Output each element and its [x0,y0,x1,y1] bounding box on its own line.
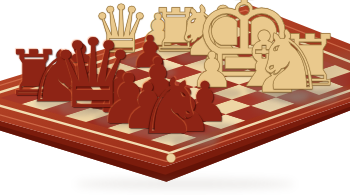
piece-red-knight: ♞ [136,68,205,145]
piece-red-pawn: ♟ [120,75,176,138]
piece-light-queen: ♛ [91,0,150,63]
pieces-layer: ♟♜♛♞♝♟♚♟♜♝♟♞♜♟♝♞♟♟♛♟♟♟♟♞ [0,0,350,195]
piece-light-knight: ♞ [252,20,326,102]
piece-light-bishop: ♝ [229,21,298,98]
piece-light-pawn: ♟ [255,51,299,100]
chess-set-photo: Staunton chess set product photo: padauk… [0,0,350,195]
piece-red-pawn: ♟ [130,30,169,74]
piece-red-knight: ♞ [26,41,90,112]
piece-red-pawn: ♟ [180,75,229,130]
piece-light-knight: ♞ [173,0,235,66]
piece-light-rook: ♜ [278,25,342,96]
piece-red-pawn: ♟ [95,63,147,121]
piece-red-pawn: ♟ [83,62,132,117]
piece-red-pawn: ♟ [159,80,213,140]
piece-light-rook: ♜ [149,0,203,60]
piece-light-pawn: ♟ [138,8,177,52]
piece-red-rook: ♜ [6,42,62,105]
piece-light-king: ♚ [191,0,297,94]
piece-light-bishop: ♝ [190,0,256,70]
piece-red-pawn: ♟ [133,51,182,106]
piece-red-pawn: ♟ [98,65,160,134]
piece-red-bishop: ♝ [47,34,113,108]
piece-red-queen: ♛ [50,26,136,122]
piece-light-pawn: ♟ [190,46,234,95]
